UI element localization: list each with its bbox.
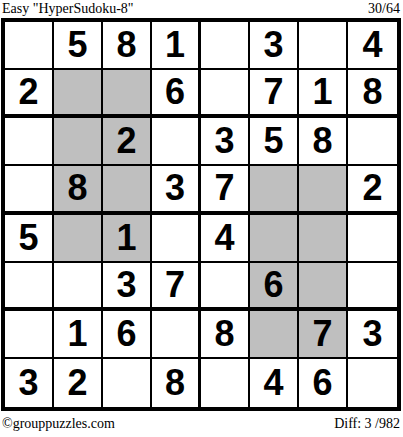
cell-r6c5[interactable] (201, 263, 250, 311)
cell-r4c7[interactable] (299, 166, 348, 214)
given-digit: 4 (263, 365, 283, 401)
cell-r2c1[interactable]: 2 (5, 70, 54, 118)
cell-r7c3[interactable]: 6 (103, 311, 152, 359)
cell-r6c3[interactable]: 3 (103, 263, 152, 311)
given-digit: 5 (263, 123, 283, 159)
given-digit: 8 (116, 27, 136, 63)
given-digit: 5 (67, 27, 87, 63)
cell-r1c1[interactable] (5, 22, 54, 70)
cell-r3c7[interactable]: 8 (299, 118, 348, 166)
cell-r7c2[interactable]: 1 (54, 311, 103, 359)
cell-r4c1[interactable] (5, 166, 54, 214)
cell-r3c1[interactable] (5, 118, 54, 166)
given-digit: 2 (116, 123, 136, 159)
cell-r3c8[interactable] (348, 118, 397, 166)
cell-r3c6[interactable]: 5 (250, 118, 299, 166)
cell-r5c7[interactable] (299, 215, 348, 263)
given-digit: 1 (165, 27, 185, 63)
given-digit: 8 (214, 316, 234, 352)
given-digit: 5 (18, 220, 38, 256)
cell-r8c6[interactable]: 4 (250, 359, 299, 407)
cell-r1c7[interactable] (299, 22, 348, 70)
difficulty-label: Diff: 3 /982 (334, 415, 400, 432)
cell-r6c2[interactable] (54, 263, 103, 311)
cell-r2c8[interactable]: 8 (348, 70, 397, 118)
given-digit: 4 (214, 220, 234, 256)
puzzle-title: Easy "HyperSudoku-8" (2, 0, 134, 17)
cell-r5c5[interactable]: 4 (201, 215, 250, 263)
cell-r4c6[interactable] (250, 166, 299, 214)
given-digit: 6 (165, 74, 185, 110)
cell-r2c3[interactable] (103, 70, 152, 118)
cell-r7c8[interactable]: 3 (348, 311, 397, 359)
given-digit: 1 (67, 316, 87, 352)
given-digit: 7 (312, 316, 332, 352)
puzzle-header: Easy "HyperSudoku-8" 30/64 (2, 0, 400, 17)
cell-r4c2[interactable]: 8 (54, 166, 103, 214)
given-digit: 4 (362, 27, 382, 63)
cell-r2c2[interactable] (54, 70, 103, 118)
given-digit: 8 (312, 123, 332, 159)
cell-r6c4[interactable]: 7 (152, 263, 201, 311)
cell-r7c6[interactable] (250, 311, 299, 359)
cell-r8c5[interactable] (201, 359, 250, 407)
cell-r7c1[interactable] (5, 311, 54, 359)
cell-r6c6[interactable]: 6 (250, 263, 299, 311)
cell-r6c7[interactable] (299, 263, 348, 311)
sudoku-board: 5813426718235883725143761687332846 (1, 18, 401, 411)
cell-r5c6[interactable] (250, 215, 299, 263)
given-digit: 3 (165, 170, 185, 206)
given-digit: 2 (362, 170, 382, 206)
clue-counter: 30/64 (368, 0, 400, 17)
cell-r2c5[interactable] (201, 70, 250, 118)
cell-r8c1[interactable]: 3 (5, 359, 54, 407)
cell-r3c5[interactable]: 3 (201, 118, 250, 166)
cell-r1c5[interactable] (201, 22, 250, 70)
cell-r1c2[interactable]: 5 (54, 22, 103, 70)
given-digit: 8 (362, 74, 382, 110)
cell-r3c2[interactable] (54, 118, 103, 166)
given-digit: 3 (263, 27, 283, 63)
given-digit: 3 (214, 123, 234, 159)
given-digit: 2 (18, 74, 38, 110)
given-digit: 7 (214, 170, 234, 206)
given-digit: 8 (67, 170, 87, 206)
cell-r6c1[interactable] (5, 263, 54, 311)
cell-r8c4[interactable]: 8 (152, 359, 201, 407)
cell-r1c4[interactable]: 1 (152, 22, 201, 70)
given-digit: 8 (165, 365, 185, 401)
given-digit: 7 (263, 74, 283, 110)
cell-r2c4[interactable]: 6 (152, 70, 201, 118)
cell-r5c1[interactable]: 5 (5, 215, 54, 263)
cell-r3c3[interactable]: 2 (103, 118, 152, 166)
cell-r1c3[interactable]: 8 (103, 22, 152, 70)
cell-r5c8[interactable] (348, 215, 397, 263)
cell-r6c8[interactable] (348, 263, 397, 311)
copyright-label: ©grouppuzzles.com (2, 415, 115, 432)
cell-r8c3[interactable] (103, 359, 152, 407)
given-digit: 3 (362, 316, 382, 352)
cell-r8c7[interactable]: 6 (299, 359, 348, 407)
sudoku-board-grid: 5813426718235883725143761687332846 (5, 22, 397, 407)
given-digit: 3 (18, 365, 38, 401)
given-digit: 1 (116, 220, 136, 256)
puzzle-page: Easy "HyperSudoku-8" 30/64 5813426718235… (0, 0, 403, 437)
cell-r1c6[interactable]: 3 (250, 22, 299, 70)
cell-r3c4[interactable] (152, 118, 201, 166)
cell-r5c4[interactable] (152, 215, 201, 263)
cell-r7c4[interactable] (152, 311, 201, 359)
cell-r4c4[interactable]: 3 (152, 166, 201, 214)
given-digit: 6 (312, 365, 332, 401)
given-digit: 7 (165, 267, 185, 303)
cell-r1c8[interactable]: 4 (348, 22, 397, 70)
cell-r2c6[interactable]: 7 (250, 70, 299, 118)
cell-r4c3[interactable] (103, 166, 152, 214)
given-digit: 1 (312, 74, 332, 110)
given-digit: 2 (67, 365, 87, 401)
cell-r8c8[interactable] (348, 359, 397, 407)
cell-r2c7[interactable]: 1 (299, 70, 348, 118)
cell-r8c2[interactable]: 2 (54, 359, 103, 407)
cell-r4c5[interactable]: 7 (201, 166, 250, 214)
given-digit: 6 (116, 316, 136, 352)
given-digit: 3 (116, 267, 136, 303)
given-digit: 6 (263, 267, 283, 303)
cell-r5c3[interactable]: 1 (103, 215, 152, 263)
cell-r7c5[interactable]: 8 (201, 311, 250, 359)
puzzle-footer: ©grouppuzzles.com Diff: 3 /982 (2, 415, 400, 432)
cell-r5c2[interactable] (54, 215, 103, 263)
cell-r7c7[interactable]: 7 (299, 311, 348, 359)
cell-r4c8[interactable]: 2 (348, 166, 397, 214)
